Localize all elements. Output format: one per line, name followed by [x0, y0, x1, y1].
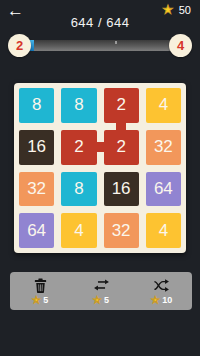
star-icon: ★	[32, 295, 40, 305]
tool-cost: 10	[162, 295, 172, 305]
tile-connector-vertical	[116, 120, 126, 132]
swap-icon	[93, 277, 110, 294]
star-icon: ★	[151, 295, 159, 305]
tool-cost: 5	[104, 295, 109, 305]
tile-r1c4[interactable]: 4	[146, 88, 181, 123]
shuffle-icon	[153, 277, 170, 294]
tile-r4c2[interactable]: 4	[61, 213, 96, 248]
tile-r3c1[interactable]: 32	[19, 172, 54, 207]
tile-r3c3[interactable]: 16	[104, 172, 139, 207]
tile-r1c1[interactable]: 8	[19, 88, 54, 123]
powerup-toolbar: ★ 5 ★ 5 ★ 10	[10, 272, 192, 310]
tile-r3c2[interactable]: 8	[61, 172, 96, 207]
star-icon: ★	[162, 2, 174, 18]
tile-r4c1[interactable]: 64	[19, 213, 54, 248]
star-count: 50	[179, 4, 191, 16]
tile-r4c3[interactable]: 32	[104, 213, 139, 248]
tile-r1c3[interactable]: 2	[104, 88, 139, 123]
star-counter: ★ 50	[162, 2, 191, 18]
game-board: 8 8 2 4 16 2 2 32 32 8 16 64 64 4 32 4	[14, 83, 186, 253]
delete-tile-button[interactable]: ★ 5	[10, 272, 71, 310]
progress-min-badge: 2	[8, 34, 31, 57]
tile-connector-horizontal	[94, 142, 106, 152]
star-icon: ★	[93, 295, 101, 305]
tool-cost: 5	[43, 295, 48, 305]
tile-r2c3[interactable]: 2	[104, 130, 139, 165]
tile-r1c2[interactable]: 8	[61, 88, 96, 123]
progress-midpoint-tick	[115, 41, 117, 44]
tile-r2c2[interactable]: 2	[61, 130, 96, 165]
shuffle-button[interactable]: ★ 10	[131, 272, 192, 310]
progress-max-badge: 4	[169, 34, 192, 57]
trash-icon	[32, 277, 49, 294]
tile-r3c4[interactable]: 64	[146, 172, 181, 207]
tile-r2c4[interactable]: 32	[146, 130, 181, 165]
tile-r4c4[interactable]: 4	[146, 213, 181, 248]
swap-tiles-button[interactable]: ★ 5	[71, 272, 132, 310]
tile-r2c1[interactable]: 16	[19, 130, 54, 165]
progress-track	[18, 40, 182, 51]
